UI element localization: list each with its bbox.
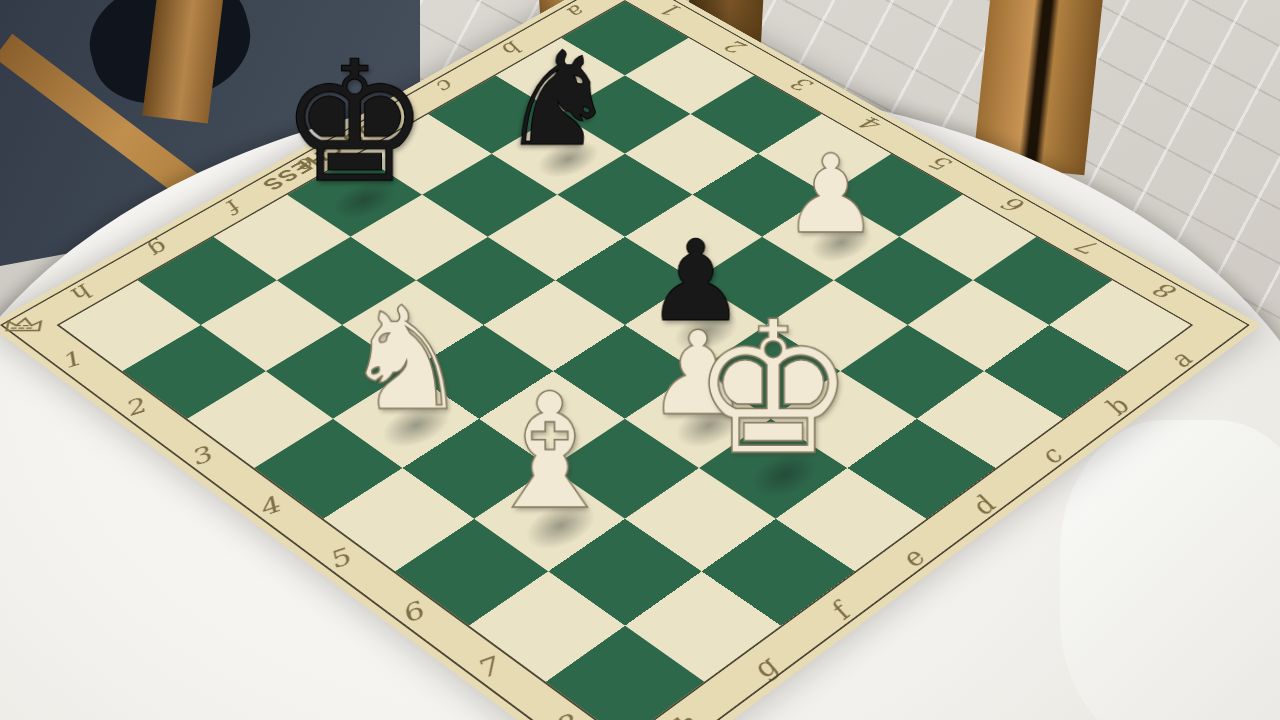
photo-scene: hgfedcba1♚12♞2334♞45♟♟56♝♟67♚788hgfedcba… (0, 0, 1280, 720)
white-chair-edge (1060, 420, 1280, 720)
